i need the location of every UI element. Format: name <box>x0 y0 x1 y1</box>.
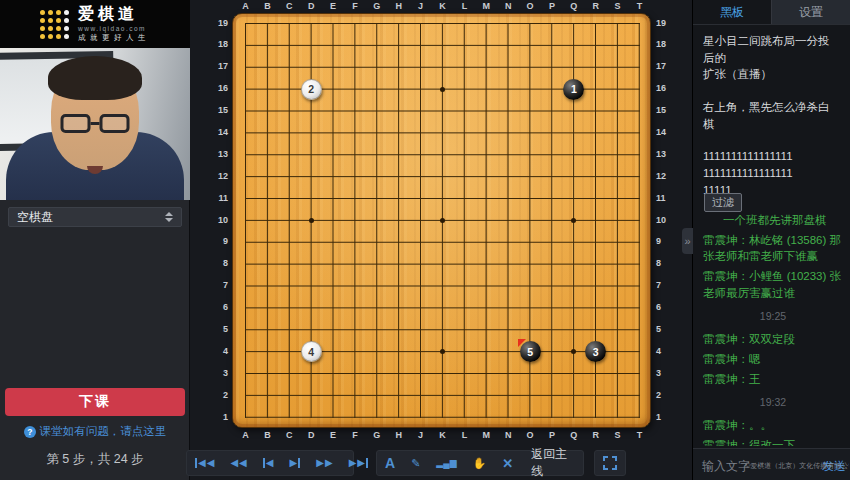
coord-top-E: E <box>321 1 345 11</box>
coord-bottom-J: J <box>409 430 433 440</box>
coord-left-12: 12 <box>204 171 228 181</box>
coord-top-R: R <box>584 1 608 11</box>
send-button[interactable]: 发送 <box>822 458 846 475</box>
coord-left-17: 17 <box>204 61 228 71</box>
end-class-button[interactable]: 下课 <box>5 388 185 416</box>
brand-logo-icon <box>40 10 69 39</box>
coord-left-5: 5 <box>204 324 228 334</box>
fast-rewind-icon-part: ◀ <box>239 458 247 468</box>
coord-bottom-A: A <box>234 430 258 440</box>
coord-right-19: 19 <box>656 18 680 28</box>
coord-bottom-T: T <box>628 430 652 440</box>
step-forward-button[interactable]: ▶ <box>282 451 309 475</box>
coord-bottom-B: B <box>255 430 279 440</box>
brush-tool-button[interactable]: ✎ <box>403 451 428 475</box>
help-link[interactable]: ? 课堂如有问题，请点这里 <box>0 424 190 439</box>
coord-right-6: 6 <box>656 302 680 312</box>
skip-to-start-icon-part: ◀ <box>207 458 215 468</box>
coord-top-A: A <box>234 1 258 11</box>
tab-blackboard[interactable]: 黑板 <box>693 0 771 24</box>
coord-bottom-G: G <box>365 430 389 440</box>
coord-right-7: 7 <box>656 280 680 290</box>
chat-message: 雷震坤：小鲤鱼 (10233) 张老师最厉害赢过谁 <box>703 268 843 301</box>
fast-forward-icon-part: ▶ <box>316 458 324 468</box>
coord-left-16: 16 <box>204 83 228 93</box>
return-main-line-button[interactable]: 返回主线 <box>521 446 583 480</box>
coord-top-P: P <box>540 1 564 11</box>
coord-left-8: 8 <box>204 258 228 268</box>
coord-left-2: 2 <box>204 390 228 400</box>
teacher-hair <box>48 56 142 100</box>
coord-left-7: 7 <box>204 280 228 290</box>
brand-site: www.iqidao.com <box>78 25 150 32</box>
last-move-marker <box>518 339 526 347</box>
fast-rewind-button[interactable]: ◀◀ <box>222 451 254 475</box>
coord-right-15: 15 <box>656 105 680 115</box>
coord-bottom-E: E <box>321 430 345 440</box>
chat-timestamp: 19:32 <box>703 396 843 408</box>
coord-top-M: M <box>474 1 498 11</box>
move-step-status: 第 5 步，共 24 步 <box>0 451 190 468</box>
fast-rewind-icon-part: ◀ <box>230 458 238 468</box>
coord-top-K: K <box>431 1 455 11</box>
lesson-line <box>703 132 840 148</box>
coord-top-F: F <box>343 1 367 11</box>
clear-annotations-button[interactable]: ✕ <box>494 451 521 475</box>
stone-white-2-D16[interactable]: 2 <box>301 79 322 100</box>
chat-message: 雷震坤：嗯 <box>703 351 843 368</box>
teacher-video-feed <box>0 48 190 200</box>
coord-right-9: 9 <box>656 236 680 246</box>
stone-black-1-Q16[interactable]: 1 <box>563 79 584 100</box>
step-back-icon-part <box>263 458 265 468</box>
coord-left-11: 11 <box>204 193 228 203</box>
skip-to-end-icon-part: ▶ <box>357 458 365 468</box>
brand-slogan: 成就更好人生 <box>78 34 150 43</box>
coord-bottom-N: N <box>496 430 520 440</box>
coord-right-17: 17 <box>656 61 680 71</box>
coord-right-11: 11 <box>656 193 680 203</box>
coord-left-9: 9 <box>204 236 228 246</box>
brand-name: 爱棋道 <box>78 5 150 23</box>
text-tool-button[interactable]: A <box>377 451 403 475</box>
coord-right-12: 12 <box>656 171 680 181</box>
brand-text: 爱棋道 www.iqidao.com 成就更好人生 <box>78 5 150 42</box>
fast-forward-button[interactable]: ▶▶ <box>308 451 340 475</box>
chat-input-bar: 输入文字 发送 ©爱棋道（北京）文化传播有限公司 <box>693 448 850 480</box>
skip-to-start-icon-part: ◀ <box>198 458 206 468</box>
step-forward-icon-part: ▶ <box>290 458 298 468</box>
coord-top-Q: Q <box>562 1 586 11</box>
dropdown-arrows-icon <box>165 212 173 222</box>
chat-message: 一个班都先讲那盘棋 <box>703 212 843 229</box>
coord-top-D: D <box>299 1 323 11</box>
left-panel: 爱棋道 www.iqidao.com 成就更好人生 空棋盘 下课 ? 课堂如有问… <box>0 0 190 480</box>
board-select-dropdown[interactable]: 空棋盘 <box>8 207 182 227</box>
coord-left-18: 18 <box>204 39 228 49</box>
coord-right-10: 10 <box>656 215 680 225</box>
hand-tool-button[interactable]: ✋ <box>465 451 495 475</box>
coord-top-C: C <box>277 1 301 11</box>
coord-bottom-O: O <box>518 430 542 440</box>
coord-left-15: 15 <box>204 105 228 115</box>
coord-left-6: 6 <box>204 302 228 312</box>
coord-top-G: G <box>365 1 389 11</box>
coord-bottom-C: C <box>277 430 301 440</box>
coord-right-16: 16 <box>656 83 680 93</box>
coord-left-4: 4 <box>204 346 228 356</box>
coord-right-8: 8 <box>656 258 680 268</box>
sidebar-tabs: 黑板 设置 <box>693 0 850 25</box>
board-select-value: 空棋盘 <box>17 209 165 226</box>
chat-message: 雷震坤：得改一下 <box>703 437 843 446</box>
annotation-tools-group: A ✎ ▂▄▆ ✋ ✕ 返回主线 <box>376 450 584 476</box>
coord-right-4: 4 <box>656 346 680 356</box>
question-icon: ? <box>24 426 36 438</box>
coord-right-14: 14 <box>656 127 680 137</box>
coord-bottom-R: R <box>584 430 608 440</box>
go-board[interactable] <box>232 13 651 428</box>
chat-message: 雷震坤：林屹铭 (13586) 那张老师和雷老师下谁赢 <box>703 232 843 265</box>
step-back-button[interactable]: ◀ <box>255 451 282 475</box>
coord-bottom-H: H <box>387 430 411 440</box>
coord-left-19: 19 <box>204 18 228 28</box>
coord-left-1: 1 <box>204 412 228 422</box>
skip-to-start-icon-part <box>195 458 197 468</box>
coord-right-3: 3 <box>656 368 680 378</box>
coord-right-2: 2 <box>656 390 680 400</box>
lesson-line: 扩张（直播） <box>703 66 840 83</box>
coord-top-B: B <box>255 1 279 11</box>
lesson-line: 1111111111111111 <box>703 165 840 182</box>
fast-forward-icon-part: ▶ <box>325 458 333 468</box>
coord-top-L: L <box>452 1 476 11</box>
chart-tool-button[interactable]: ▂▄▆ <box>428 451 464 475</box>
coord-left-14: 14 <box>204 127 228 137</box>
coord-bottom-Q: Q <box>562 430 586 440</box>
coord-bottom-D: D <box>299 430 323 440</box>
skip-to-end-icon-part <box>366 458 368 468</box>
coord-bottom-M: M <box>474 430 498 440</box>
chat-message-list: 一个班都先讲那盘棋雷震坤：林屹铭 (13586) 那张老师和雷老师下谁赢雷震坤：… <box>693 210 850 446</box>
right-sidebar: » 黑板 设置 星小目二间跳布局一分投后的扩张（直播）右上角，黑先怎么净杀白棋1… <box>692 0 850 480</box>
chat-message: 雷震坤：双双定段 <box>703 331 843 348</box>
skip-to-start-button[interactable]: ◀◀ <box>187 451 222 475</box>
chat-message: 雷震坤：。。 <box>703 417 843 434</box>
lesson-line: 右上角，黑先怎么净杀白棋 <box>703 99 840 132</box>
coord-bottom-L: L <box>452 430 476 440</box>
stone-white-4-D4[interactable]: 4 <box>301 341 322 362</box>
lesson-line: 1111111111111111 <box>703 148 840 165</box>
stone-black-5-O4[interactable]: 5 <box>520 341 541 362</box>
coord-top-J: J <box>409 1 433 11</box>
step-forward-icon-part <box>298 458 300 468</box>
step-back-icon-part: ◀ <box>266 458 274 468</box>
chat-timestamp: 19:25 <box>703 310 843 322</box>
coord-left-13: 13 <box>204 149 228 159</box>
fullscreen-button[interactable] <box>603 451 617 475</box>
playback-controls-group: ◀◀◀◀◀▶▶▶▶▶ <box>186 450 354 476</box>
lesson-notes: 星小目二间跳布局一分投后的扩张（直播）右上角，黑先怎么净杀白棋111111111… <box>693 25 850 198</box>
coord-right-5: 5 <box>656 324 680 334</box>
coord-bottom-K: K <box>431 430 455 440</box>
lesson-line <box>703 83 840 99</box>
coord-right-13: 13 <box>656 149 680 159</box>
teacher-glasses <box>61 114 130 133</box>
chat-input[interactable]: 输入文字 <box>702 458 750 475</box>
coord-top-O: O <box>518 1 542 11</box>
coord-top-H: H <box>387 1 411 11</box>
help-link-label: 课堂如有问题，请点这里 <box>40 424 167 439</box>
fullscreen-group <box>594 450 626 476</box>
coord-top-S: S <box>606 1 630 11</box>
logo-bar: 爱棋道 www.iqidao.com 成就更好人生 <box>0 0 190 48</box>
coord-bottom-F: F <box>343 430 367 440</box>
coord-left-3: 3 <box>204 368 228 378</box>
coord-right-1: 1 <box>656 412 680 422</box>
coord-left-10: 10 <box>204 215 228 225</box>
skip-to-end-icon-part: ▶ <box>349 458 357 468</box>
coord-top-N: N <box>496 1 520 11</box>
coord-bottom-P: P <box>540 430 564 440</box>
lesson-line: 星小目二间跳布局一分投后的 <box>703 33 840 66</box>
coord-right-18: 18 <box>656 39 680 49</box>
coord-top-T: T <box>628 1 652 11</box>
coord-bottom-S: S <box>606 430 630 440</box>
fullscreen-icon <box>603 456 617 470</box>
sidebar-collapse-handle[interactable]: » <box>682 228 693 254</box>
chat-message: 雷震坤：王 <box>703 371 843 388</box>
tab-settings[interactable]: 设置 <box>771 0 850 24</box>
go-teaching-app: 爱棋道 www.iqidao.com 成就更好人生 空棋盘 下课 ? 课堂如有问… <box>0 0 850 480</box>
chevron-right-icon: » <box>684 235 690 247</box>
skip-to-end-button[interactable]: ▶▶ <box>341 451 376 475</box>
